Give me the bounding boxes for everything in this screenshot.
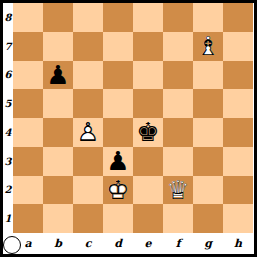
square-g3[interactable]	[193, 147, 223, 176]
piece-white-pawn-c4[interactable]: ♟♙	[73, 118, 103, 147]
file-label-g: g	[193, 233, 223, 254]
square-c8[interactable]	[73, 3, 103, 32]
piece-black-king-e4[interactable]: ♚	[133, 118, 163, 147]
rank-label-1: 1	[3, 204, 13, 233]
square-e8[interactable]	[133, 3, 163, 32]
side-to-move-indicator	[3, 236, 21, 254]
rank-label-3: 3	[3, 147, 13, 176]
black-pawn-glyph: ♟	[43, 61, 73, 90]
file-label-f: f	[163, 233, 193, 254]
chess-diagram: 87654321 ♝♗♟♟♙♚♟♚♔♛♕ abcdefgh	[0, 0, 257, 257]
square-e3[interactable]	[133, 147, 163, 176]
square-f1[interactable]	[163, 204, 193, 233]
square-d5[interactable]	[103, 89, 133, 118]
square-a4[interactable]	[13, 118, 43, 147]
rank-label-8: 8	[3, 3, 13, 32]
file-label-c: c	[73, 233, 103, 254]
rank-label-5: 5	[3, 89, 13, 118]
square-d4[interactable]	[103, 118, 133, 147]
square-f8[interactable]	[163, 3, 193, 32]
square-a1[interactable]	[13, 204, 43, 233]
square-e5[interactable]	[133, 89, 163, 118]
square-b5[interactable]	[43, 89, 73, 118]
square-e7[interactable]	[133, 32, 163, 61]
square-g5[interactable]	[193, 89, 223, 118]
square-h5[interactable]	[223, 89, 253, 118]
square-c1[interactable]	[73, 204, 103, 233]
black-pawn-glyph: ♟	[103, 147, 133, 176]
square-f5[interactable]	[163, 89, 193, 118]
square-a3[interactable]	[13, 147, 43, 176]
square-h1[interactable]	[223, 204, 253, 233]
piece-white-queen-f2[interactable]: ♛♕	[163, 176, 193, 205]
square-g6[interactable]	[193, 61, 223, 90]
square-b8[interactable]	[43, 3, 73, 32]
square-b7[interactable]	[43, 32, 73, 61]
square-b3[interactable]	[43, 147, 73, 176]
file-label-d: d	[103, 233, 133, 254]
square-g8[interactable]	[193, 3, 223, 32]
square-a7[interactable]	[13, 32, 43, 61]
square-h6[interactable]	[223, 61, 253, 90]
white-queen-outline-glyph: ♕	[163, 176, 193, 205]
file-labels: abcdefgh	[13, 233, 253, 254]
rank-label-2: 2	[3, 176, 13, 205]
rank-label-7: 7	[3, 32, 13, 61]
piece-black-pawn-d3[interactable]: ♟	[103, 147, 133, 176]
square-a5[interactable]	[13, 89, 43, 118]
white-king-outline-glyph: ♔	[103, 176, 133, 205]
square-h2[interactable]	[223, 176, 253, 205]
piece-black-pawn-b6[interactable]: ♟	[43, 61, 73, 90]
square-g1[interactable]	[193, 204, 223, 233]
square-c7[interactable]	[73, 32, 103, 61]
square-h8[interactable]	[223, 3, 253, 32]
rank-label-6: 6	[3, 61, 13, 90]
square-b2[interactable]	[43, 176, 73, 205]
chess-board[interactable]: ♝♗♟♟♙♚♟♚♔♛♕	[13, 3, 253, 233]
square-d7[interactable]	[103, 32, 133, 61]
piece-white-king-d2[interactable]: ♚♔	[103, 176, 133, 205]
square-a8[interactable]	[13, 3, 43, 32]
rank-label-4: 4	[3, 118, 13, 147]
square-f4[interactable]	[163, 118, 193, 147]
square-f7[interactable]	[163, 32, 193, 61]
file-label-b: b	[43, 233, 73, 254]
square-g4[interactable]	[193, 118, 223, 147]
square-b4[interactable]	[43, 118, 73, 147]
rank-labels: 87654321	[3, 3, 13, 233]
square-h4[interactable]	[223, 118, 253, 147]
square-e2[interactable]	[133, 176, 163, 205]
square-h3[interactable]	[223, 147, 253, 176]
white-bishop-outline-glyph: ♗	[193, 32, 223, 61]
black-king-glyph: ♚	[133, 118, 163, 147]
square-e1[interactable]	[133, 204, 163, 233]
square-a2[interactable]	[13, 176, 43, 205]
file-label-e: e	[133, 233, 163, 254]
file-label-h: h	[223, 233, 253, 254]
square-f6[interactable]	[163, 61, 193, 90]
square-a6[interactable]	[13, 61, 43, 90]
square-d8[interactable]	[103, 3, 133, 32]
square-g2[interactable]	[193, 176, 223, 205]
square-c5[interactable]	[73, 89, 103, 118]
square-e6[interactable]	[133, 61, 163, 90]
piece-white-bishop-g7[interactable]: ♝♗	[193, 32, 223, 61]
square-f3[interactable]	[163, 147, 193, 176]
square-h7[interactable]	[223, 32, 253, 61]
square-c3[interactable]	[73, 147, 103, 176]
square-b1[interactable]	[43, 204, 73, 233]
square-d6[interactable]	[103, 61, 133, 90]
white-pawn-outline-glyph: ♙	[73, 118, 103, 147]
square-c2[interactable]	[73, 176, 103, 205]
square-d1[interactable]	[103, 204, 133, 233]
square-c6[interactable]	[73, 61, 103, 90]
